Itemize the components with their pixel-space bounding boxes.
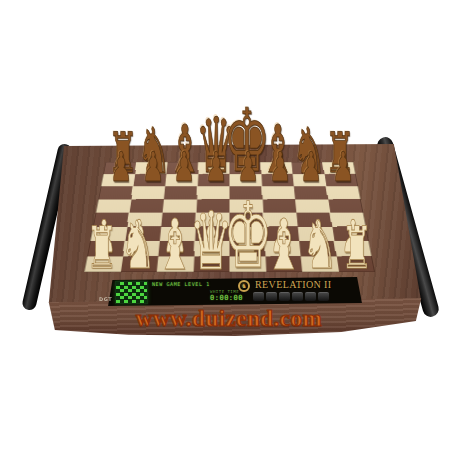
panel-keys bbox=[253, 292, 333, 302]
chess-board-squares bbox=[84, 162, 375, 272]
chessboard-product-photo: NEW GAME LEVEL 1 WHITE TIME 0:00:00 ♞ RE… bbox=[0, 0, 458, 458]
panel-key-4[interactable] bbox=[292, 292, 303, 301]
revelation-logo-icon: ♞ bbox=[238, 280, 250, 292]
panel-key-6[interactable] bbox=[318, 292, 329, 301]
control-panel: NEW GAME LEVEL 1 WHITE TIME 0:00:00 ♞ RE… bbox=[106, 276, 364, 307]
watermark-url: www.duizend.com bbox=[0, 306, 458, 332]
mini-board-led-display bbox=[115, 281, 148, 304]
lcd-clock: 0:00:00 bbox=[210, 295, 243, 302]
lcd-info-line: NEW GAME LEVEL 1 bbox=[152, 282, 252, 287]
panel-key-1[interactable] bbox=[253, 292, 264, 301]
panel-key-2[interactable] bbox=[266, 292, 277, 301]
dgt-brand-label: DGT bbox=[99, 297, 112, 302]
panel-title: REVELATION II bbox=[255, 280, 357, 290]
panel-key-3[interactable] bbox=[279, 292, 290, 301]
panel-key-5[interactable] bbox=[305, 292, 316, 301]
